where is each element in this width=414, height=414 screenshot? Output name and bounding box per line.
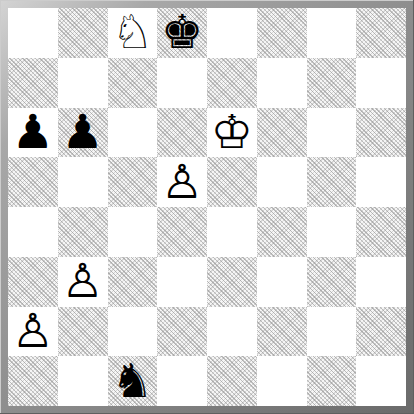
square-c1[interactable]: ♞ [108,356,158,406]
square-c7[interactable] [108,58,158,108]
square-d3[interactable] [157,257,207,307]
white-pawn-piece: ♙ [12,307,54,354]
square-h7[interactable] [356,58,406,108]
square-b3[interactable]: ♙ [58,257,108,307]
black-pawn-piece: ♟ [12,108,54,155]
square-a7[interactable] [8,58,58,108]
square-a4[interactable] [8,207,58,257]
square-b6[interactable]: ♟ [58,108,108,158]
white-king-piece: ♔ [211,108,253,155]
board-frame: ♘♚♟♟♔♙♙♙♞ [0,0,414,414]
white-pawn-piece: ♙ [62,257,104,304]
square-e8[interactable] [207,8,257,58]
square-e7[interactable] [207,58,257,108]
white-pawn-piece: ♙ [161,158,203,205]
square-c2[interactable] [108,307,158,357]
black-king-piece: ♚ [161,8,203,55]
square-g7[interactable] [307,58,357,108]
square-g2[interactable] [307,307,357,357]
square-f2[interactable] [257,307,307,357]
square-a3[interactable] [8,257,58,307]
white-knight-piece: ♘ [111,8,153,55]
square-d2[interactable] [157,307,207,357]
square-c8[interactable]: ♘ [108,8,158,58]
square-g3[interactable] [307,257,357,307]
square-d6[interactable] [157,108,207,158]
square-f3[interactable] [257,257,307,307]
square-g8[interactable] [307,8,357,58]
square-a5[interactable] [8,157,58,207]
chess-board: ♘♚♟♟♔♙♙♙♞ [8,8,406,406]
black-knight-piece: ♞ [111,357,153,404]
square-e6[interactable]: ♔ [207,108,257,158]
square-e4[interactable] [207,207,257,257]
square-e5[interactable] [207,157,257,207]
square-e3[interactable] [207,257,257,307]
square-f1[interactable] [257,356,307,406]
square-g5[interactable] [307,157,357,207]
square-g1[interactable] [307,356,357,406]
square-a1[interactable] [8,356,58,406]
square-a6[interactable]: ♟ [8,108,58,158]
square-f8[interactable] [257,8,307,58]
square-d7[interactable] [157,58,207,108]
black-pawn-piece: ♟ [62,108,104,155]
square-c5[interactable] [108,157,158,207]
square-h5[interactable] [356,157,406,207]
square-f5[interactable] [257,157,307,207]
square-c4[interactable] [108,207,158,257]
square-d1[interactable] [157,356,207,406]
square-h3[interactable] [356,257,406,307]
square-f6[interactable] [257,108,307,158]
square-f4[interactable] [257,207,307,257]
square-h2[interactable] [356,307,406,357]
square-h6[interactable] [356,108,406,158]
square-f7[interactable] [257,58,307,108]
square-b4[interactable] [58,207,108,257]
square-b7[interactable] [58,58,108,108]
square-e2[interactable] [207,307,257,357]
square-h1[interactable] [356,356,406,406]
square-c6[interactable] [108,108,158,158]
square-d4[interactable] [157,207,207,257]
square-h8[interactable] [356,8,406,58]
square-d5[interactable]: ♙ [157,157,207,207]
square-a8[interactable] [8,8,58,58]
square-h4[interactable] [356,207,406,257]
square-g4[interactable] [307,207,357,257]
square-c3[interactable] [108,257,158,307]
square-a2[interactable]: ♙ [8,307,58,357]
square-g6[interactable] [307,108,357,158]
square-d8[interactable]: ♚ [157,8,207,58]
square-e1[interactable] [207,356,257,406]
square-b2[interactable] [58,307,108,357]
square-b8[interactable] [58,8,108,58]
square-b1[interactable] [58,356,108,406]
square-b5[interactable] [58,157,108,207]
